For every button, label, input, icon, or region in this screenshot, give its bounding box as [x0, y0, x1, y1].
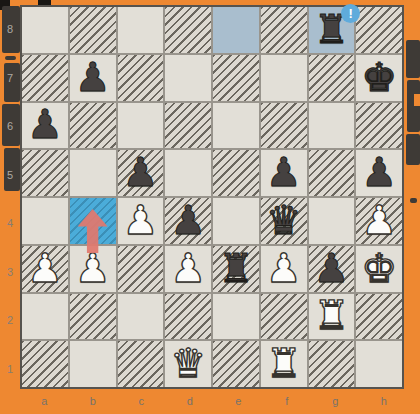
- file-label-g: g: [311, 390, 360, 412]
- rank-label-2: 2: [0, 296, 20, 345]
- square-b1[interactable]: [70, 341, 116, 387]
- square-f1[interactable]: ♜: [261, 341, 307, 387]
- square-e6[interactable]: [213, 103, 259, 149]
- edge-silhouette: [406, 134, 420, 165]
- rank-label-4: 4: [0, 199, 20, 248]
- square-h1[interactable]: [356, 341, 402, 387]
- piece-black-pawn[interactable]: ♟: [170, 200, 206, 240]
- piece-black-pawn[interactable]: ♟: [27, 104, 63, 144]
- square-g2[interactable]: ♜: [309, 294, 355, 340]
- rank-label-3: 3: [0, 248, 20, 297]
- square-h6[interactable]: [356, 103, 402, 149]
- piece-white-pawn[interactable]: ♟: [75, 248, 111, 288]
- file-label-f: f: [263, 390, 312, 412]
- edge-silhouette: [406, 40, 420, 78]
- square-c8[interactable]: [118, 7, 164, 53]
- square-a5[interactable]: [22, 150, 68, 196]
- square-g6[interactable]: [309, 103, 355, 149]
- square-d4[interactable]: ♟: [165, 198, 211, 244]
- piece-black-king[interactable]: ♚: [361, 57, 397, 97]
- square-b5[interactable]: [70, 150, 116, 196]
- square-h4[interactable]: ♟: [356, 198, 402, 244]
- piece-black-pawn[interactable]: ♟: [266, 152, 302, 192]
- piece-black-rook[interactable]: ♜: [218, 248, 254, 288]
- piece-white-queen[interactable]: ♛: [170, 343, 206, 383]
- file-label-d: d: [166, 390, 215, 412]
- square-d7[interactable]: [165, 55, 211, 101]
- square-h5[interactable]: ♟: [356, 150, 402, 196]
- square-g3[interactable]: ♟: [309, 246, 355, 292]
- square-f3[interactable]: ♟: [261, 246, 307, 292]
- square-c2[interactable]: [118, 294, 164, 340]
- square-h2[interactable]: [356, 294, 402, 340]
- file-label-a: a: [20, 390, 69, 412]
- file-label-e: e: [214, 390, 263, 412]
- square-a3[interactable]: ♟: [22, 246, 68, 292]
- piece-white-rook[interactable]: ♜: [266, 343, 302, 383]
- chess-board: ♜!♟♚♟♟♟♟♟♟♛♟♟♟♟♜♟♟♚♜♛♜: [20, 5, 404, 389]
- square-a4[interactable]: [22, 198, 68, 244]
- piece-white-rook[interactable]: ♜: [313, 295, 349, 335]
- square-a1[interactable]: [22, 341, 68, 387]
- square-d2[interactable]: [165, 294, 211, 340]
- square-c5[interactable]: ♟: [118, 150, 164, 196]
- piece-black-pawn[interactable]: ♟: [361, 152, 397, 192]
- file-label-b: b: [69, 390, 118, 412]
- square-f7[interactable]: [261, 55, 307, 101]
- chess-app-screen: 87654321 ♜!♟♚♟♟♟♟♟♟♛♟♟♟♟♜♟♟♚♜♛♜ abcdefgh: [0, 0, 420, 414]
- square-c6[interactable]: [118, 103, 164, 149]
- square-h3[interactable]: ♚: [356, 246, 402, 292]
- piece-black-queen[interactable]: ♛: [266, 200, 302, 240]
- rank-label-8: 8: [0, 5, 20, 54]
- edge-silhouette: [407, 80, 420, 132]
- square-a7[interactable]: [22, 55, 68, 101]
- square-a6[interactable]: ♟: [22, 103, 68, 149]
- piece-black-pawn[interactable]: ♟: [122, 152, 158, 192]
- square-d6[interactable]: [165, 103, 211, 149]
- square-e2[interactable]: [213, 294, 259, 340]
- square-b7[interactable]: ♟: [70, 55, 116, 101]
- piece-white-pawn[interactable]: ♟: [266, 248, 302, 288]
- square-e8[interactable]: [213, 7, 259, 53]
- square-c7[interactable]: [118, 55, 164, 101]
- rank-label-6: 6: [0, 102, 20, 151]
- square-d5[interactable]: [165, 150, 211, 196]
- square-c3[interactable]: [118, 246, 164, 292]
- square-f6[interactable]: [261, 103, 307, 149]
- piece-white-pawn[interactable]: ♟: [27, 248, 63, 288]
- square-b6[interactable]: [70, 103, 116, 149]
- square-h7[interactable]: ♚: [356, 55, 402, 101]
- square-e7[interactable]: [213, 55, 259, 101]
- file-label-h: h: [360, 390, 409, 412]
- edge-silhouette: [414, 94, 420, 106]
- square-f4[interactable]: ♛: [261, 198, 307, 244]
- rank-labels: 87654321: [0, 5, 20, 393]
- file-labels: abcdefgh: [20, 390, 408, 412]
- piece-white-pawn[interactable]: ♟: [361, 200, 397, 240]
- square-g5[interactable]: [309, 150, 355, 196]
- square-e4[interactable]: [213, 198, 259, 244]
- square-b8[interactable]: [70, 7, 116, 53]
- square-f8[interactable]: [261, 7, 307, 53]
- square-d1[interactable]: ♛: [165, 341, 211, 387]
- square-d3[interactable]: ♟: [165, 246, 211, 292]
- piece-white-pawn[interactable]: ♟: [122, 200, 158, 240]
- file-label-c: c: [117, 390, 166, 412]
- square-g8[interactable]: ♜!: [309, 7, 355, 53]
- square-f5[interactable]: ♟: [261, 150, 307, 196]
- square-e1[interactable]: [213, 341, 259, 387]
- square-a2[interactable]: [22, 294, 68, 340]
- square-e3[interactable]: ♜: [213, 246, 259, 292]
- piece-black-pawn[interactable]: ♟: [313, 248, 349, 288]
- square-g1[interactable]: [309, 341, 355, 387]
- square-d8[interactable]: [165, 7, 211, 53]
- edge-silhouette: [410, 198, 417, 203]
- square-c1[interactable]: [118, 341, 164, 387]
- square-b2[interactable]: [70, 294, 116, 340]
- rank-label-1: 1: [0, 345, 20, 394]
- rank-label-5: 5: [0, 151, 20, 200]
- square-c4[interactable]: ♟: [118, 198, 164, 244]
- square-a8[interactable]: [22, 7, 68, 53]
- square-h8[interactable]: [356, 7, 402, 53]
- rank-label-7: 7: [0, 54, 20, 103]
- square-g4[interactable]: [309, 198, 355, 244]
- piece-white-pawn[interactable]: ♟: [170, 248, 206, 288]
- square-b4[interactable]: [70, 198, 116, 244]
- square-g7[interactable]: [309, 55, 355, 101]
- square-e5[interactable]: [213, 150, 259, 196]
- piece-white-king[interactable]: ♚: [361, 248, 397, 288]
- piece-black-pawn[interactable]: ♟: [75, 57, 111, 97]
- square-f2[interactable]: [261, 294, 307, 340]
